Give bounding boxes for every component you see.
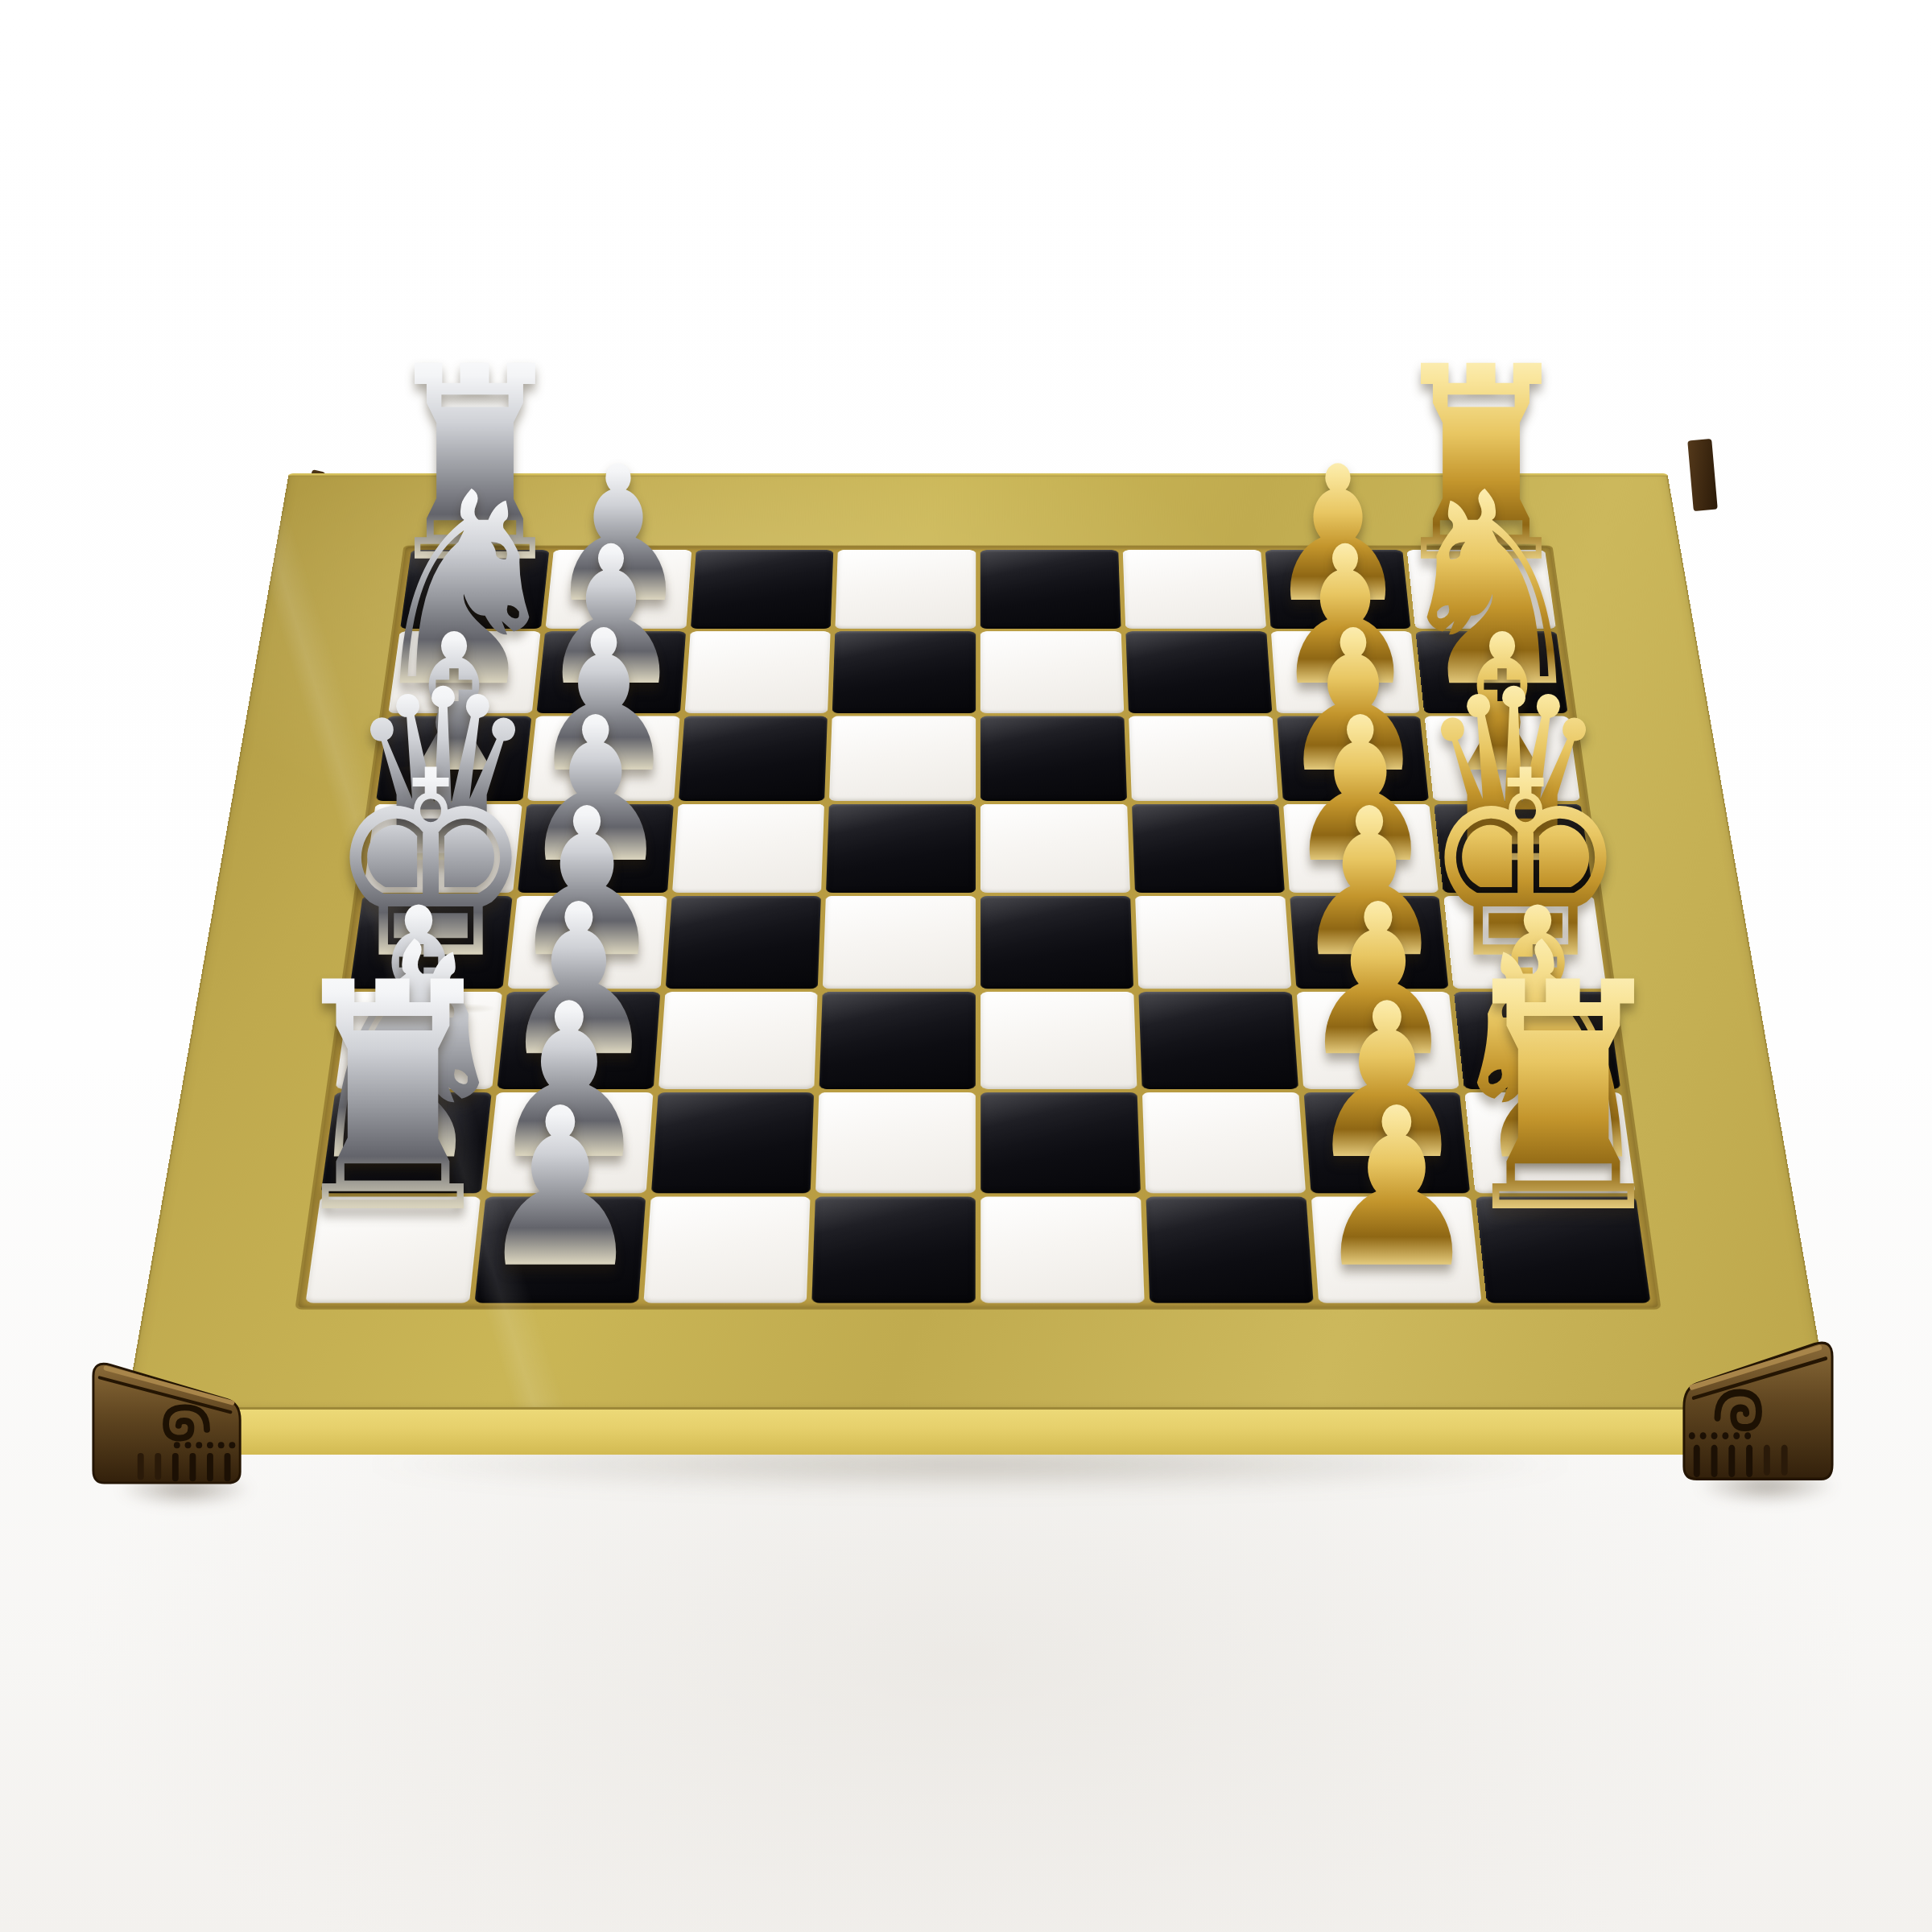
square-c4[interactable]: [829, 716, 976, 801]
square-f5[interactable]: [980, 992, 1137, 1089]
square-f6[interactable]: [1138, 992, 1298, 1089]
corner-foot-far-right: [1687, 439, 1718, 511]
square-a6[interactable]: [1122, 550, 1265, 629]
piece-white-pawn-h2[interactable]: ♟: [477, 1079, 643, 1298]
square-g4[interactable]: [815, 1092, 976, 1193]
square-c3[interactable]: [678, 716, 828, 801]
square-b4[interactable]: [832, 631, 976, 713]
board-front-edge: [121, 1407, 1821, 1455]
square-h4[interactable]: [812, 1197, 976, 1303]
square-d3[interactable]: [672, 804, 825, 894]
corner-foot-left: [90, 1354, 248, 1488]
square-h3[interactable]: [643, 1197, 811, 1303]
square-b5[interactable]: [980, 631, 1124, 713]
ionic-scroll-icon: [1676, 1331, 1835, 1484]
square-b6[interactable]: [1125, 631, 1272, 713]
piece-black-pawn-h7[interactable]: ♟: [1313, 1079, 1480, 1298]
square-c5[interactable]: [980, 716, 1127, 801]
square-a4[interactable]: [836, 550, 976, 629]
piece-black-rook-h8[interactable]: ♜: [1451, 942, 1676, 1257]
square-h5[interactable]: [980, 1197, 1144, 1303]
square-f4[interactable]: [819, 992, 976, 1089]
photo-backdrop: ♜♞♝♛♚♝♞♜♟♟♟♟♟♟♟♟♟♟♟♟♟♟♟♟♜♞♝♛♚♝♞♜: [0, 0, 1932, 1932]
square-e5[interactable]: [980, 896, 1133, 989]
square-d5[interactable]: [980, 804, 1130, 894]
square-d4[interactable]: [826, 804, 976, 894]
square-h6[interactable]: [1146, 1197, 1313, 1303]
square-d6[interactable]: [1132, 804, 1285, 894]
corner-foot-right: [1676, 1331, 1835, 1484]
square-g6[interactable]: [1142, 1092, 1306, 1193]
square-f3[interactable]: [658, 992, 818, 1089]
square-a3[interactable]: [690, 550, 833, 629]
square-a5[interactable]: [980, 550, 1121, 629]
square-e4[interactable]: [823, 896, 976, 989]
square-g5[interactable]: [980, 1092, 1141, 1193]
piece-white-rook-h1[interactable]: ♜: [280, 942, 506, 1257]
ionic-scroll-icon: [90, 1354, 248, 1488]
square-e6[interactable]: [1135, 896, 1291, 989]
square-e3[interactable]: [665, 896, 821, 989]
square-c6[interactable]: [1129, 716, 1278, 801]
square-g3[interactable]: [650, 1092, 814, 1193]
square-b3[interactable]: [684, 631, 831, 713]
